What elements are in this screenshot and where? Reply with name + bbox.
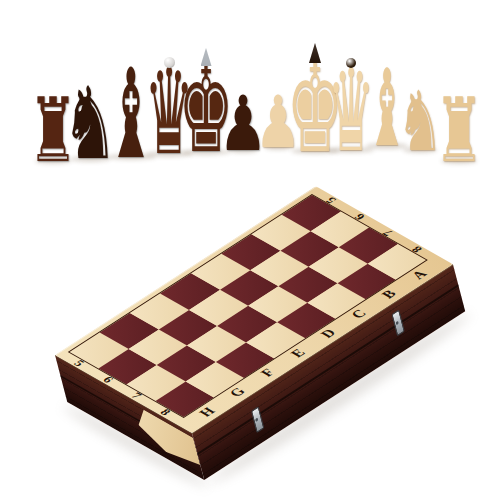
product-photo: ♜♞♝♛♚♟♟♚♛♝♞♜ HGFEDCBA 55667788 [0,0,500,500]
chess-board-box: HGFEDCBA 55667788 [0,0,500,500]
